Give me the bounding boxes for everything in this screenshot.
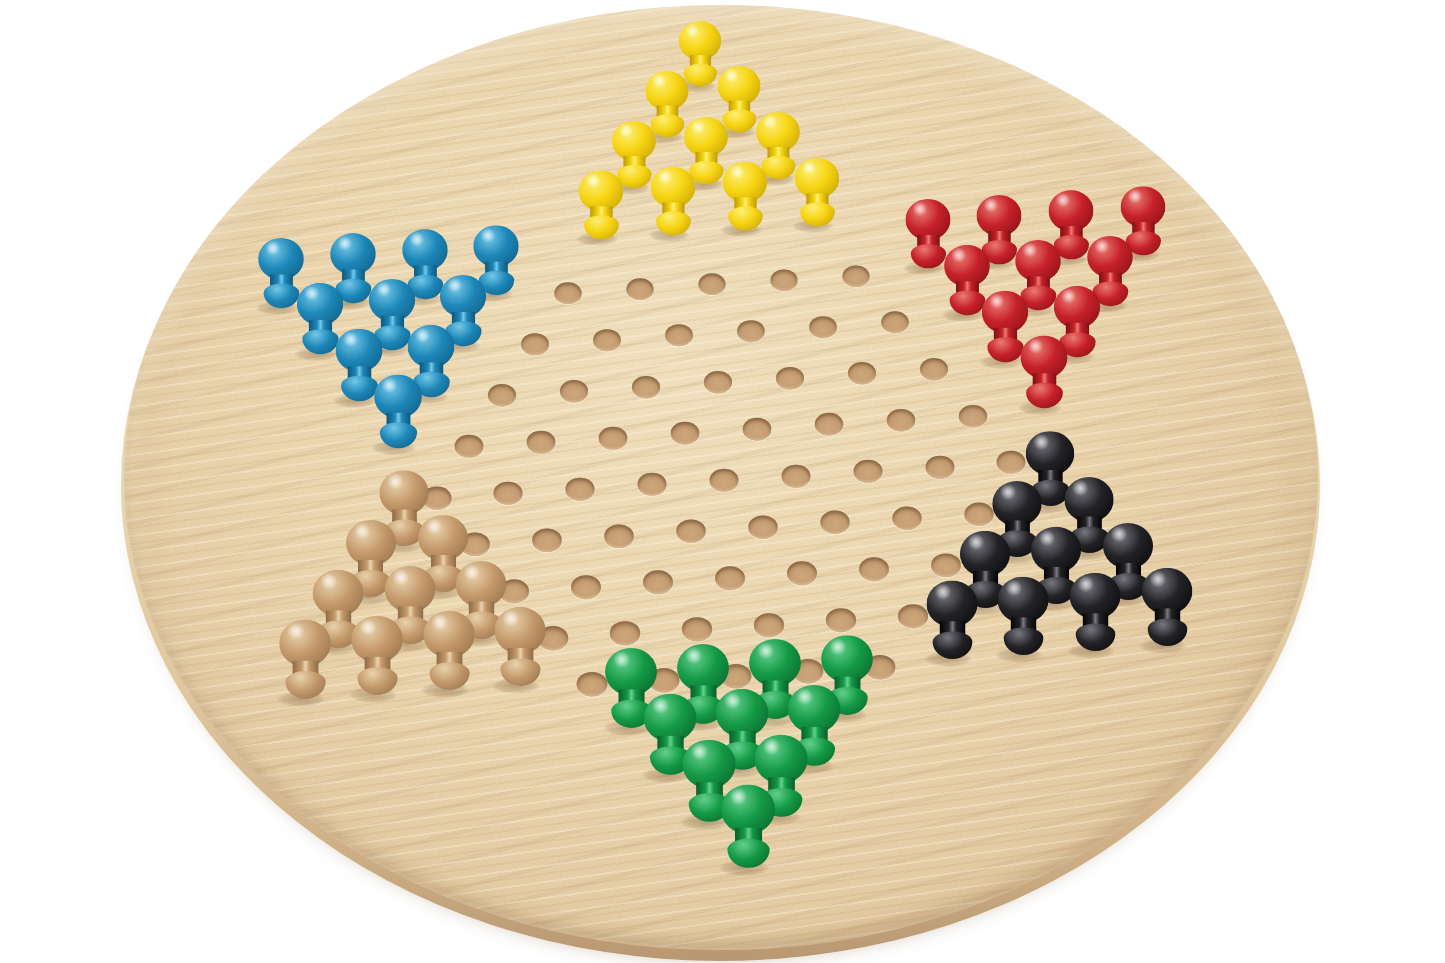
peg-ball (440, 275, 486, 318)
board-hole[interactable] (781, 464, 810, 487)
peg-foot (428, 662, 468, 690)
board-hole[interactable] (682, 617, 712, 641)
peg-blue[interactable] (374, 374, 422, 450)
board-hole[interactable] (859, 557, 889, 580)
board-hole[interactable] (958, 405, 986, 427)
board-hole[interactable] (809, 316, 837, 338)
peg-foot (656, 211, 691, 235)
board-hole[interactable] (599, 426, 628, 448)
peg-ball (651, 166, 696, 207)
board-hole[interactable] (820, 511, 849, 534)
peg-foot (584, 215, 619, 239)
peg-foot (302, 330, 338, 355)
board-hole[interactable] (754, 613, 784, 637)
board-hole[interactable] (527, 431, 556, 453)
board-hole[interactable] (743, 418, 771, 440)
board-hole[interactable] (676, 520, 705, 543)
peg-ball (677, 644, 729, 692)
peg-foot (987, 337, 1023, 362)
peg-foot (1026, 383, 1063, 408)
board-hole[interactable] (665, 325, 693, 347)
board-hole[interactable] (555, 282, 582, 303)
board-hole[interactable] (892, 506, 921, 529)
board-hole[interactable] (522, 333, 550, 355)
peg-ball (821, 635, 873, 683)
board-hole[interactable] (925, 456, 954, 479)
board-hole[interactable] (571, 575, 601, 598)
board-hole[interactable] (560, 380, 588, 402)
peg-green[interactable] (721, 785, 775, 871)
board-hole[interactable] (577, 672, 608, 696)
peg-ball (258, 238, 304, 280)
board-hole[interactable] (853, 460, 882, 483)
peg-foot (1075, 623, 1115, 650)
peg-yellow[interactable] (795, 158, 839, 229)
peg-foot (910, 244, 945, 268)
board-hole[interactable] (533, 528, 562, 551)
peg-black[interactable] (1142, 568, 1193, 649)
peg-wood[interactable] (423, 611, 474, 693)
peg-foot (799, 202, 834, 226)
board-hole[interactable] (671, 422, 700, 444)
board-hole[interactable] (737, 320, 765, 342)
board-hole[interactable] (881, 312, 909, 334)
board-hole[interactable] (787, 562, 817, 585)
peg-yellow[interactable] (579, 171, 624, 242)
peg-foot (1147, 619, 1187, 646)
peg-wood[interactable] (495, 607, 546, 689)
board-hole[interactable] (898, 604, 928, 628)
peg-ball (684, 116, 728, 156)
peg-ball (1065, 477, 1114, 522)
peg-ball (379, 470, 428, 515)
board-hole[interactable] (964, 502, 993, 525)
board-hole[interactable] (710, 469, 739, 492)
peg-ball (679, 21, 721, 60)
peg-ball (682, 739, 735, 788)
board-hole[interactable] (715, 566, 745, 589)
peg-ball (374, 374, 422, 418)
board-hole[interactable] (698, 274, 725, 295)
board-hole[interactable] (842, 265, 869, 286)
photo-background (0, 0, 1445, 963)
peg-yellow[interactable] (651, 166, 696, 237)
peg-foot (379, 422, 416, 448)
peg-ball (495, 607, 546, 654)
peg-foot (285, 671, 325, 699)
board-hole[interactable] (632, 376, 660, 398)
peg-black[interactable] (998, 577, 1049, 658)
board-hole[interactable] (593, 329, 621, 351)
peg-foot (728, 207, 763, 231)
board-hole[interactable] (604, 524, 633, 547)
board-hole[interactable] (610, 621, 640, 645)
board-hole[interactable] (815, 413, 843, 435)
peg-ball (312, 570, 363, 617)
peg-foot (727, 839, 769, 868)
peg-foot (357, 667, 397, 695)
board-hole[interactable] (848, 362, 876, 384)
peg-foot (500, 658, 540, 686)
peg-foot (932, 632, 972, 660)
peg-foot (340, 376, 377, 401)
peg-ball (474, 225, 519, 267)
peg-ball (644, 694, 697, 742)
peg-black[interactable] (926, 581, 977, 663)
peg-ball (982, 290, 1028, 333)
peg-red[interactable] (1021, 336, 1068, 411)
board-hole[interactable] (704, 371, 732, 393)
board-hole[interactable] (920, 358, 948, 380)
peg-foot (949, 290, 985, 315)
peg-ball (384, 565, 435, 612)
peg-ball (1070, 572, 1121, 619)
board-hole[interactable] (886, 409, 914, 431)
board-hole[interactable] (638, 473, 667, 496)
board-hole[interactable] (494, 482, 523, 505)
peg-wood[interactable] (279, 620, 331, 702)
peg-foot (1004, 628, 1044, 655)
board-hole[interactable] (643, 571, 673, 594)
peg-black[interactable] (1070, 572, 1121, 653)
peg-foot (263, 283, 299, 308)
board-hole[interactable] (826, 608, 856, 632)
board-hole[interactable] (566, 477, 595, 500)
peg-ball (977, 195, 1022, 236)
peg-ball (351, 615, 402, 662)
board-hole[interactable] (627, 278, 654, 299)
peg-ball (407, 325, 454, 368)
peg-yellow[interactable] (723, 162, 768, 233)
peg-wood[interactable] (351, 615, 402, 697)
board-hole[interactable] (748, 515, 777, 538)
board-hole[interactable] (770, 269, 797, 290)
board-hole[interactable] (931, 553, 961, 576)
peg-ball (1103, 522, 1153, 568)
board-hole[interactable] (776, 367, 804, 389)
